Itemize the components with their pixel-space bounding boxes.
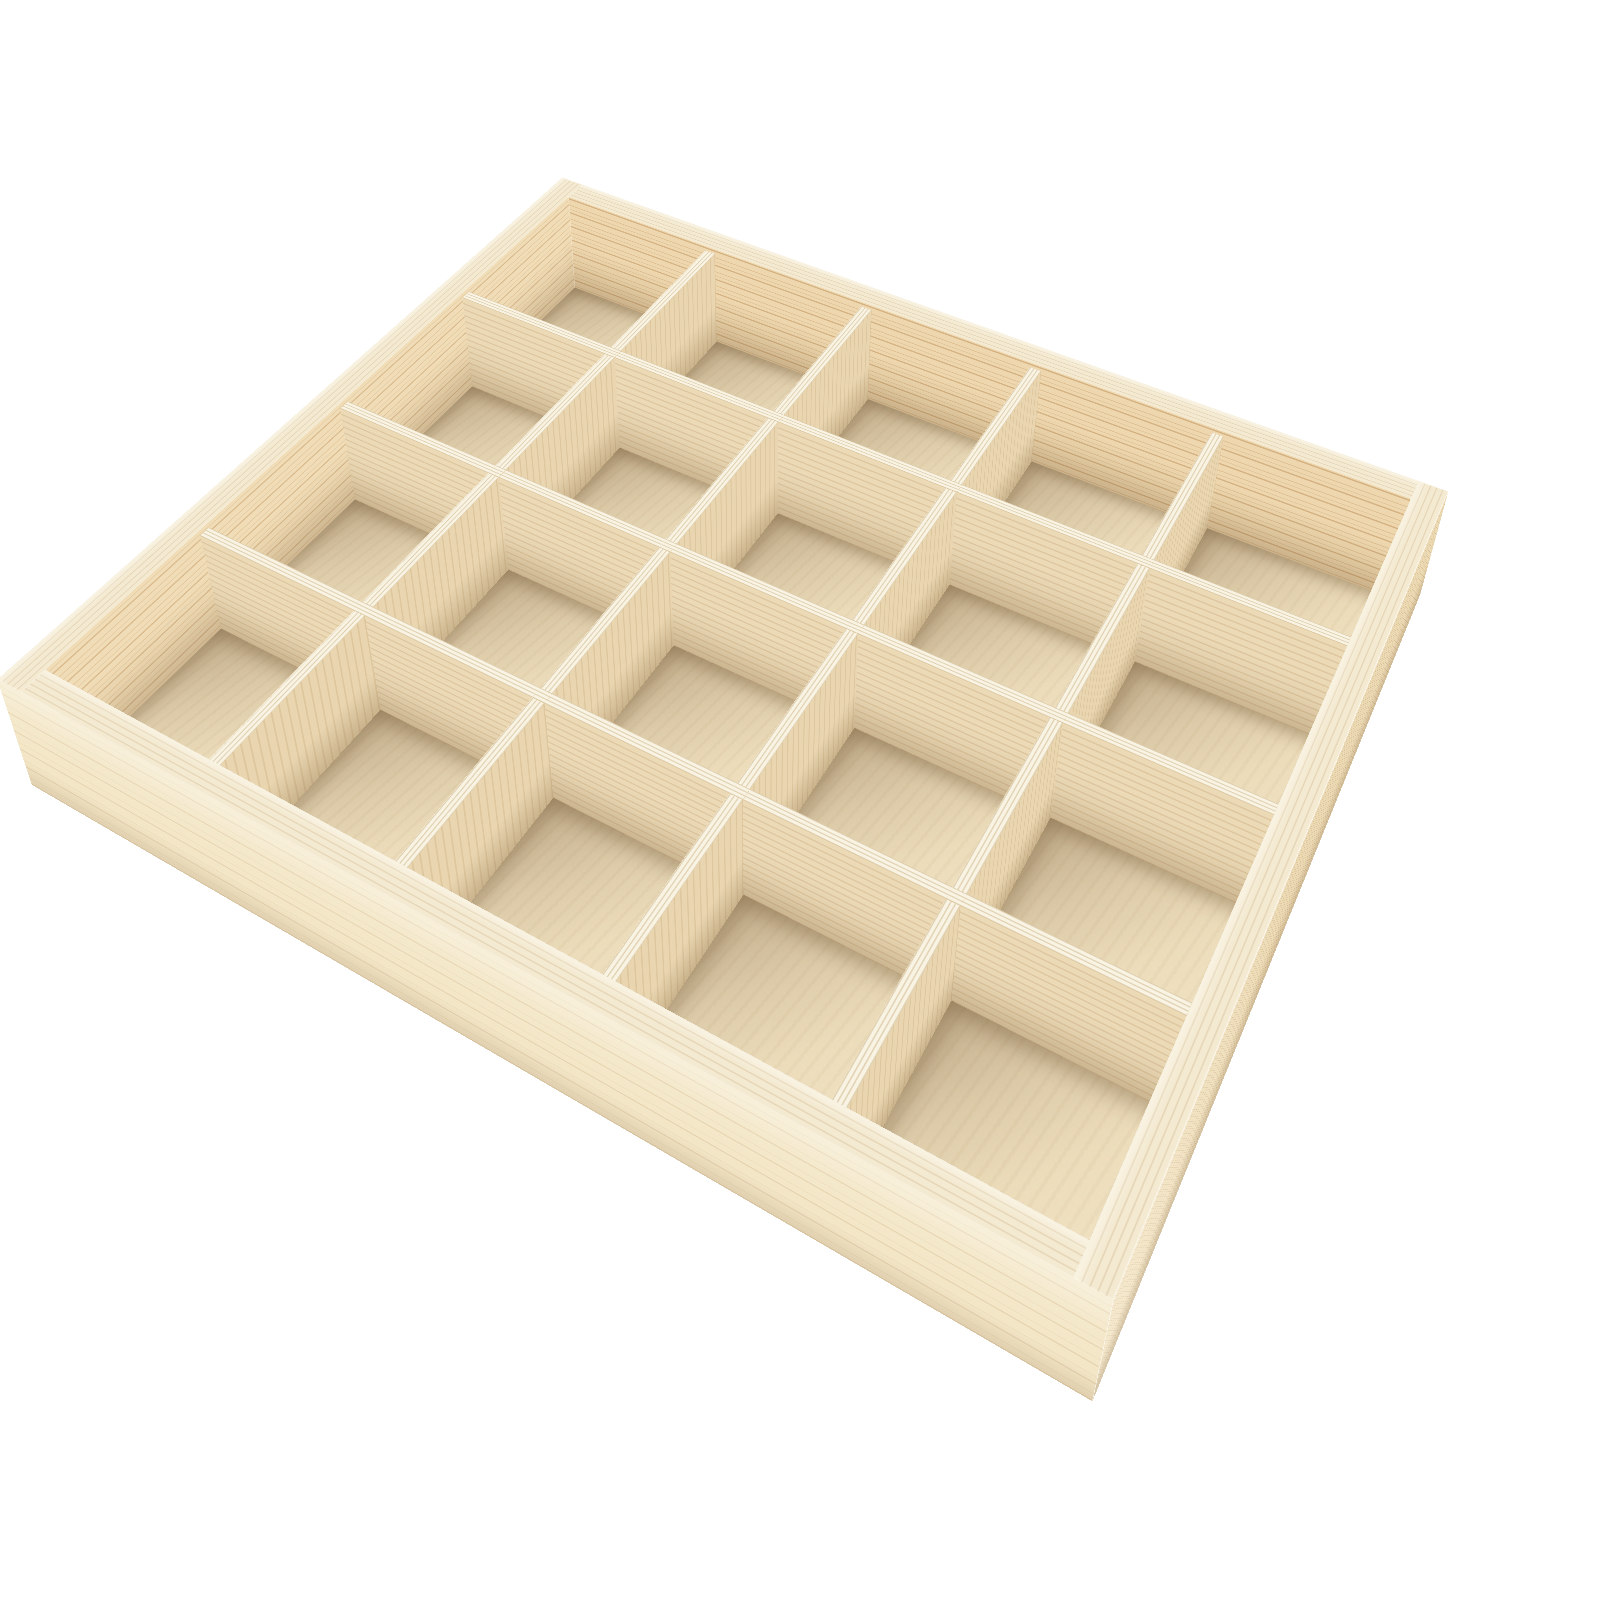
wooden-organizer-tray <box>32 273 1421 1401</box>
photo-scene <box>0 0 1600 1600</box>
